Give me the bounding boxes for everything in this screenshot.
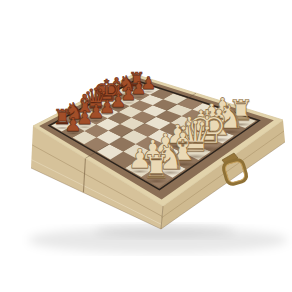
product-photo: ♜♟♞♟♝♟♚♟♛♟♝♟♟♞♜♟♟♜♞♟♟♝♟♚♟♟♛♟♝♟♞♜ <box>0 0 292 292</box>
chess-board <box>0 0 292 292</box>
